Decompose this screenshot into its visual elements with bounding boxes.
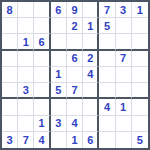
cell-r9c7[interactable] [99, 132, 115, 148]
cell-r9c5[interactable]: 1 [67, 132, 83, 148]
cell-r2c1[interactable] [2, 18, 18, 34]
cell-r2c8[interactable] [116, 18, 132, 34]
cell-r9c9[interactable]: 5 [132, 132, 148, 148]
cell-r8c8[interactable] [116, 116, 132, 132]
cell-r3c2[interactable]: 1 [18, 34, 34, 50]
cell-r1c2[interactable] [18, 2, 34, 18]
cell-r3c7[interactable] [99, 34, 115, 50]
cell-r8c2[interactable] [18, 116, 34, 132]
cell-r7c2[interactable] [18, 99, 34, 115]
cell-r4c9[interactable] [132, 51, 148, 67]
cell-r7c9[interactable] [132, 99, 148, 115]
cell-r1c3[interactable] [34, 2, 50, 18]
cell-r2c2[interactable] [18, 18, 34, 34]
cell-r9c1[interactable]: 3 [2, 132, 18, 148]
cell-r7c5[interactable] [67, 99, 83, 115]
cell-r6c6[interactable] [83, 83, 99, 99]
cell-r7c7[interactable]: 4 [99, 99, 115, 115]
cell-r8c6[interactable] [83, 116, 99, 132]
cell-r4c7[interactable] [99, 51, 115, 67]
cell-r7c1[interactable] [2, 99, 18, 115]
cell-r7c8[interactable]: 1 [116, 99, 132, 115]
cell-r9c4[interactable] [51, 132, 67, 148]
cell-r2c6[interactable]: 1 [83, 18, 99, 34]
cell-r1c5[interactable]: 9 [67, 2, 83, 18]
cell-r3c4[interactable] [51, 34, 67, 50]
cell-r4c1[interactable] [2, 51, 18, 67]
cell-r3c3[interactable]: 6 [34, 34, 50, 50]
cell-r7c3[interactable] [34, 99, 50, 115]
cell-r6c4[interactable]: 5 [51, 83, 67, 99]
cell-r1c1[interactable]: 8 [2, 2, 18, 18]
cell-r4c2[interactable] [18, 51, 34, 67]
cell-r5c6[interactable]: 4 [83, 67, 99, 83]
cell-r3c9[interactable] [132, 34, 148, 50]
cell-r5c5[interactable] [67, 67, 83, 83]
cell-r8c9[interactable] [132, 116, 148, 132]
cell-r4c5[interactable]: 6 [67, 51, 83, 67]
cell-r2c3[interactable] [34, 18, 50, 34]
cell-r6c9[interactable] [132, 83, 148, 99]
cell-r6c7[interactable] [99, 83, 115, 99]
cell-r8c3[interactable]: 1 [34, 116, 50, 132]
cell-r6c5[interactable]: 7 [67, 83, 83, 99]
sudoku-board: 869731215166271435741134374165 [0, 0, 150, 150]
cell-r9c3[interactable]: 4 [34, 132, 50, 148]
cell-r1c8[interactable]: 3 [116, 2, 132, 18]
cell-r6c1[interactable] [2, 83, 18, 99]
cell-r3c6[interactable] [83, 34, 99, 50]
cell-r5c9[interactable] [132, 67, 148, 83]
cell-r6c3[interactable] [34, 83, 50, 99]
cell-r9c8[interactable] [116, 132, 132, 148]
cell-r5c2[interactable] [18, 67, 34, 83]
cell-r5c8[interactable] [116, 67, 132, 83]
cell-r9c6[interactable]: 6 [83, 132, 99, 148]
cell-r3c1[interactable] [2, 34, 18, 50]
cell-r5c3[interactable] [34, 67, 50, 83]
cell-r4c4[interactable] [51, 51, 67, 67]
cell-r2c7[interactable]: 5 [99, 18, 115, 34]
cell-r1c9[interactable]: 1 [132, 2, 148, 18]
cell-r2c5[interactable]: 2 [67, 18, 83, 34]
cell-r1c4[interactable]: 6 [51, 2, 67, 18]
cell-r1c6[interactable] [83, 2, 99, 18]
cell-r8c1[interactable] [2, 116, 18, 132]
cell-r4c8[interactable]: 7 [116, 51, 132, 67]
cell-r5c1[interactable] [2, 67, 18, 83]
cell-r5c4[interactable]: 1 [51, 67, 67, 83]
cell-r1c7[interactable]: 7 [99, 2, 115, 18]
cell-r2c4[interactable] [51, 18, 67, 34]
cell-r5c7[interactable] [99, 67, 115, 83]
cell-r7c4[interactable] [51, 99, 67, 115]
cell-r4c3[interactable] [34, 51, 50, 67]
cell-r9c2[interactable]: 7 [18, 132, 34, 148]
cell-r4c6[interactable]: 2 [83, 51, 99, 67]
cell-r8c7[interactable] [99, 116, 115, 132]
cell-r6c8[interactable] [116, 83, 132, 99]
cell-r2c9[interactable] [132, 18, 148, 34]
cell-r6c2[interactable]: 3 [18, 83, 34, 99]
cell-r3c8[interactable] [116, 34, 132, 50]
cell-r8c5[interactable]: 4 [67, 116, 83, 132]
cell-r3c5[interactable] [67, 34, 83, 50]
cell-r7c6[interactable] [83, 99, 99, 115]
cell-r8c4[interactable]: 3 [51, 116, 67, 132]
